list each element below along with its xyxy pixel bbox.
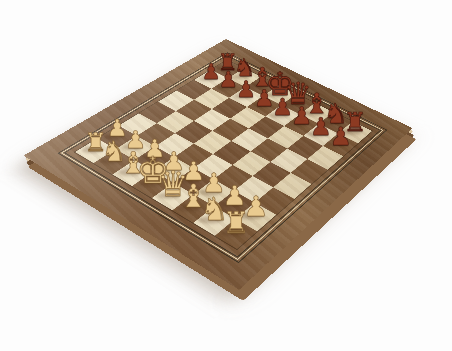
board-top-face	[23, 39, 412, 290]
chess-set-photo: ♜♞♟♝♟♚♟♛♟♝♟♞♟♜♟♟♟♟♜♟♞♟♝♟♚♟♛♟♝♟♞♜	[0, 0, 452, 351]
